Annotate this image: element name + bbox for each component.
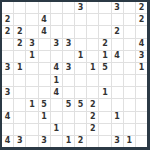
empty-cell-r2c5[interactable] xyxy=(63,26,74,37)
empty-cell-r10c9[interactable] xyxy=(112,124,123,135)
empty-cell-r8c10[interactable] xyxy=(124,99,135,110)
empty-cell-r0c0[interactable] xyxy=(2,2,13,13)
clue-cell-r0c9: 3 xyxy=(112,2,123,13)
empty-cell-r2c11[interactable] xyxy=(136,26,147,37)
clue-cell-r2c3: 4 xyxy=(39,26,50,37)
empty-cell-r1c10[interactable] xyxy=(124,14,135,25)
empty-cell-r9c5[interactable] xyxy=(63,112,74,123)
empty-cell-r9c8[interactable] xyxy=(99,112,110,123)
clue-cell-r6c4: 1 xyxy=(51,75,62,86)
empty-cell-r0c10[interactable] xyxy=(124,2,135,13)
empty-cell-r1c4[interactable] xyxy=(51,14,62,25)
empty-cell-r6c2[interactable] xyxy=(26,75,37,86)
clue-cell-r7c8: 1 xyxy=(99,87,110,98)
empty-cell-r6c3[interactable] xyxy=(39,75,50,86)
empty-cell-r7c6[interactable] xyxy=(75,87,86,98)
clue-cell-r1c11: 2 xyxy=(136,14,147,25)
clue-cell-r11c6: 2 xyxy=(75,136,86,147)
empty-cell-r4c1[interactable] xyxy=(14,51,25,62)
clue-cell-r8c6: 5 xyxy=(75,99,86,110)
empty-cell-r2c2[interactable] xyxy=(26,26,37,37)
clue-cell-r4c8: 1 xyxy=(99,51,110,62)
empty-cell-r7c5[interactable] xyxy=(63,87,74,98)
empty-cell-r8c0[interactable] xyxy=(2,99,13,110)
clue-cell-r5c7: 1 xyxy=(87,63,98,74)
empty-cell-r10c1[interactable] xyxy=(14,124,25,135)
empty-cell-r0c3[interactable] xyxy=(39,2,50,13)
clue-cell-r11c5: 1 xyxy=(63,136,74,147)
clue-cell-r9c3: 1 xyxy=(39,112,50,123)
empty-cell-r4c5[interactable] xyxy=(63,51,74,62)
clue-cell-r4c6: 1 xyxy=(75,51,86,62)
empty-cell-r2c4[interactable] xyxy=(51,26,62,37)
empty-cell-r0c1[interactable] xyxy=(14,2,25,13)
empty-cell-r11c2[interactable] xyxy=(26,136,37,147)
empty-cell-r5c3[interactable] xyxy=(39,63,50,74)
empty-cell-r3c7[interactable] xyxy=(87,39,98,50)
clue-cell-r9c7: 2 xyxy=(87,112,98,123)
empty-cell-r10c0[interactable] xyxy=(2,124,13,135)
clue-cell-r11c0: 4 xyxy=(2,136,13,147)
empty-cell-r0c5[interactable] xyxy=(63,2,74,13)
empty-cell-r6c0[interactable] xyxy=(2,75,13,86)
clue-cell-r2c9: 2 xyxy=(112,26,123,37)
clue-cell-r4c2: 1 xyxy=(26,51,37,62)
clue-cell-r3c1: 2 xyxy=(14,39,25,50)
clue-cell-r3c4: 3 xyxy=(51,39,62,50)
empty-cell-r11c4[interactable] xyxy=(51,136,62,147)
empty-cell-r0c7[interactable] xyxy=(87,2,98,13)
empty-cell-r11c11[interactable] xyxy=(136,136,147,147)
empty-cell-r0c4[interactable] xyxy=(51,2,62,13)
empty-cell-r9c11[interactable] xyxy=(136,112,147,123)
empty-cell-r6c5[interactable] xyxy=(63,75,74,86)
empty-cell-r0c8[interactable] xyxy=(99,2,110,13)
empty-cell-r1c6[interactable] xyxy=(75,14,86,25)
empty-cell-r9c6[interactable] xyxy=(75,112,86,123)
empty-cell-r4c0[interactable] xyxy=(2,51,13,62)
clue-cell-r3c5: 3 xyxy=(63,39,74,50)
clue-cell-r7c0: 3 xyxy=(2,87,13,98)
empty-cell-r3c10[interactable] xyxy=(124,39,135,50)
empty-cell-r1c2[interactable] xyxy=(26,14,37,25)
empty-cell-r6c10[interactable] xyxy=(124,75,135,86)
empty-cell-r2c7[interactable] xyxy=(87,26,98,37)
empty-cell-r10c5[interactable] xyxy=(63,124,74,135)
clue-cell-r3c11: 4 xyxy=(136,39,147,50)
empty-cell-r1c8[interactable] xyxy=(99,14,110,25)
empty-cell-r3c6[interactable] xyxy=(75,39,86,50)
clue-cell-r4c9: 4 xyxy=(112,51,123,62)
empty-cell-r7c3[interactable] xyxy=(39,87,50,98)
empty-cell-r10c3[interactable] xyxy=(39,124,50,135)
empty-cell-r7c2[interactable] xyxy=(26,87,37,98)
clue-cell-r1c3: 4 xyxy=(39,14,50,25)
empty-cell-r8c9[interactable] xyxy=(112,99,123,110)
clue-cell-r5c1: 1 xyxy=(14,63,25,74)
clue-cell-r8c5: 5 xyxy=(63,99,74,110)
empty-cell-r8c8[interactable] xyxy=(99,99,110,110)
empty-cell-r4c10[interactable] xyxy=(124,51,135,62)
clue-cell-r4c11: 3 xyxy=(136,51,147,62)
clue-cell-r1c0: 2 xyxy=(2,14,13,25)
clue-cell-r9c0: 4 xyxy=(2,112,13,123)
empty-cell-r8c11[interactable] xyxy=(136,99,147,110)
empty-cell-r11c8[interactable] xyxy=(99,136,110,147)
empty-cell-r9c1[interactable] xyxy=(14,112,25,123)
empty-cell-r7c9[interactable] xyxy=(112,87,123,98)
clue-cell-r11c9: 3 xyxy=(112,136,123,147)
puzzle-board: 3322422242233324111433143151134115552412… xyxy=(0,0,150,150)
empty-cell-r2c6[interactable] xyxy=(75,26,86,37)
clue-cell-r3c8: 2 xyxy=(99,39,110,50)
empty-cell-r10c11[interactable] xyxy=(136,124,147,135)
empty-cell-r2c8[interactable] xyxy=(99,26,110,37)
clue-cell-r3c2: 3 xyxy=(26,39,37,50)
clue-cell-r11c10: 1 xyxy=(124,136,135,147)
empty-cell-r5c6[interactable] xyxy=(75,63,86,74)
clue-cell-r8c7: 2 xyxy=(87,99,98,110)
empty-cell-r9c2[interactable] xyxy=(26,112,37,123)
clue-cell-r9c9: 1 xyxy=(112,112,123,123)
clue-cell-r7c4: 4 xyxy=(51,87,62,98)
clue-cell-r8c3: 5 xyxy=(39,99,50,110)
empty-cell-r4c7[interactable] xyxy=(87,51,98,62)
empty-cell-r0c2[interactable] xyxy=(26,2,37,13)
empty-cell-r7c1[interactable] xyxy=(14,87,25,98)
empty-cell-r6c6[interactable] xyxy=(75,75,86,86)
clue-cell-r5c5: 3 xyxy=(63,63,74,74)
empty-cell-r4c3[interactable] xyxy=(39,51,50,62)
empty-cell-r7c7[interactable] xyxy=(87,87,98,98)
empty-cell-r6c11[interactable] xyxy=(136,75,147,86)
empty-cell-r2c10[interactable] xyxy=(124,26,135,37)
empty-cell-r5c2[interactable] xyxy=(26,63,37,74)
empty-cell-r1c9[interactable] xyxy=(112,14,123,25)
empty-cell-r10c2[interactable] xyxy=(26,124,37,135)
empty-cell-r10c6[interactable] xyxy=(75,124,86,135)
empty-cell-r1c1[interactable] xyxy=(14,14,25,25)
empty-cell-r6c7[interactable] xyxy=(87,75,98,86)
clue-cell-r0c6: 3 xyxy=(75,2,86,13)
clue-cell-r10c4: 1 xyxy=(51,124,62,135)
empty-cell-r3c9[interactable] xyxy=(112,39,123,50)
empty-cell-r6c1[interactable] xyxy=(14,75,25,86)
empty-cell-r3c3[interactable] xyxy=(39,39,50,50)
empty-cell-r1c5[interactable] xyxy=(63,14,74,25)
empty-cell-r10c8[interactable] xyxy=(99,124,110,135)
clue-cell-r5c11: 1 xyxy=(136,63,147,74)
empty-cell-r11c7[interactable] xyxy=(87,136,98,147)
clue-cell-r8c2: 1 xyxy=(26,99,37,110)
clue-cell-r0c11: 2 xyxy=(136,2,147,13)
empty-cell-r8c1[interactable] xyxy=(14,99,25,110)
empty-cell-r9c10[interactable] xyxy=(124,112,135,123)
clue-cell-r10c7: 2 xyxy=(87,124,98,135)
empty-cell-r6c9[interactable] xyxy=(112,75,123,86)
clue-cell-r11c1: 3 xyxy=(14,136,25,147)
empty-cell-r8c4[interactable] xyxy=(51,99,62,110)
empty-cell-r4c4[interactable] xyxy=(51,51,62,62)
empty-cell-r3c0[interactable] xyxy=(2,39,13,50)
empty-cell-r6c8[interactable] xyxy=(99,75,110,86)
clue-cell-r2c1: 2 xyxy=(14,26,25,37)
clue-cell-r5c4: 4 xyxy=(51,63,62,74)
empty-cell-r5c9[interactable] xyxy=(112,63,123,74)
clue-cell-r5c8: 5 xyxy=(99,63,110,74)
empty-cell-r7c11[interactable] xyxy=(136,87,147,98)
clue-cell-r11c3: 3 xyxy=(39,136,50,147)
empty-cell-r10c10[interactable] xyxy=(124,124,135,135)
clue-cell-r2c0: 2 xyxy=(2,26,13,37)
empty-cell-r7c10[interactable] xyxy=(124,87,135,98)
empty-cell-r9c4[interactable] xyxy=(51,112,62,123)
empty-cell-r5c10[interactable] xyxy=(124,63,135,74)
clue-cell-r5c0: 3 xyxy=(2,63,13,74)
empty-cell-r1c7[interactable] xyxy=(87,14,98,25)
